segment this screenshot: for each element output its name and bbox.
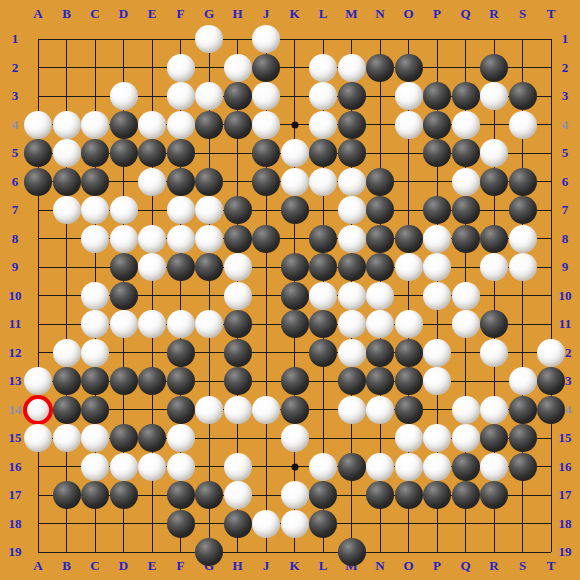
intersection-D18[interactable] [110, 510, 138, 538]
intersection-B5[interactable] [53, 139, 81, 167]
intersection-F5[interactable] [167, 139, 195, 167]
intersection-S2[interactable] [509, 54, 537, 82]
intersection-C6[interactable] [81, 168, 109, 196]
intersection-J14[interactable] [252, 396, 280, 424]
intersection-Q3[interactable] [452, 82, 480, 110]
intersection-Q18[interactable] [452, 510, 480, 538]
intersection-A7[interactable] [24, 196, 52, 224]
intersection-R6[interactable] [480, 168, 508, 196]
intersection-G19[interactable] [195, 538, 223, 566]
intersection-J11[interactable] [252, 310, 280, 338]
intersection-Q7[interactable] [452, 196, 480, 224]
intersection-C12[interactable] [81, 339, 109, 367]
intersection-L8[interactable] [309, 225, 337, 253]
intersection-S18[interactable] [509, 510, 537, 538]
intersection-J10[interactable] [252, 282, 280, 310]
intersection-P7[interactable] [423, 196, 451, 224]
intersection-H11[interactable] [224, 310, 252, 338]
intersection-N6[interactable] [366, 168, 394, 196]
intersection-K15[interactable] [281, 424, 309, 452]
intersection-F15[interactable] [167, 424, 195, 452]
intersection-C9[interactable] [81, 253, 109, 281]
intersection-J3[interactable] [252, 82, 280, 110]
intersection-A16[interactable] [24, 453, 52, 481]
intersection-E10[interactable] [138, 282, 166, 310]
intersection-Q2[interactable] [452, 54, 480, 82]
intersection-O7[interactable] [395, 196, 423, 224]
intersection-H14[interactable] [224, 396, 252, 424]
intersection-T3[interactable] [537, 82, 565, 110]
intersection-K13[interactable] [281, 367, 309, 395]
intersection-R15[interactable] [480, 424, 508, 452]
intersection-L19[interactable] [309, 538, 337, 566]
intersection-A17[interactable] [24, 481, 52, 509]
intersection-D14[interactable] [110, 396, 138, 424]
intersection-B9[interactable] [53, 253, 81, 281]
intersection-L6[interactable] [309, 168, 337, 196]
intersection-Q9[interactable] [452, 253, 480, 281]
intersection-K2[interactable] [281, 54, 309, 82]
intersection-T10[interactable] [537, 282, 565, 310]
intersection-N11[interactable] [366, 310, 394, 338]
intersection-S7[interactable] [509, 196, 537, 224]
intersection-Q1[interactable] [452, 25, 480, 53]
intersection-N7[interactable] [366, 196, 394, 224]
intersection-K8[interactable] [281, 225, 309, 253]
intersection-H15[interactable] [224, 424, 252, 452]
intersection-N3[interactable] [366, 82, 394, 110]
intersection-M16[interactable] [338, 453, 366, 481]
intersection-T9[interactable] [537, 253, 565, 281]
intersection-J15[interactable] [252, 424, 280, 452]
intersection-A1[interactable] [24, 25, 52, 53]
intersection-M2[interactable] [338, 54, 366, 82]
intersection-E16[interactable] [138, 453, 166, 481]
intersection-F8[interactable] [167, 225, 195, 253]
intersection-C16[interactable] [81, 453, 109, 481]
intersection-D8[interactable] [110, 225, 138, 253]
intersection-F10[interactable] [167, 282, 195, 310]
intersection-A6[interactable] [24, 168, 52, 196]
intersection-H3[interactable] [224, 82, 252, 110]
intersection-O19[interactable] [395, 538, 423, 566]
intersection-T6[interactable] [537, 168, 565, 196]
intersection-H6[interactable] [224, 168, 252, 196]
intersection-K10[interactable] [281, 282, 309, 310]
intersection-P6[interactable] [423, 168, 451, 196]
intersection-S8[interactable] [509, 225, 537, 253]
intersection-J1[interactable] [252, 25, 280, 53]
intersection-O12[interactable] [395, 339, 423, 367]
intersection-O6[interactable] [395, 168, 423, 196]
intersection-D1[interactable] [110, 25, 138, 53]
intersection-Q13[interactable] [452, 367, 480, 395]
intersection-M19[interactable] [338, 538, 366, 566]
intersection-O11[interactable] [395, 310, 423, 338]
intersection-F9[interactable] [167, 253, 195, 281]
intersection-M3[interactable] [338, 82, 366, 110]
intersection-G11[interactable] [195, 310, 223, 338]
intersection-O3[interactable] [395, 82, 423, 110]
intersection-O8[interactable] [395, 225, 423, 253]
intersection-A8[interactable] [24, 225, 52, 253]
intersection-P10[interactable] [423, 282, 451, 310]
intersection-M15[interactable] [338, 424, 366, 452]
intersection-R8[interactable] [480, 225, 508, 253]
intersection-S11[interactable] [509, 310, 537, 338]
intersection-R17[interactable] [480, 481, 508, 509]
intersection-B17[interactable] [53, 481, 81, 509]
intersection-P13[interactable] [423, 367, 451, 395]
intersection-P8[interactable] [423, 225, 451, 253]
intersection-G7[interactable] [195, 196, 223, 224]
intersection-R4[interactable] [480, 111, 508, 139]
intersection-N10[interactable] [366, 282, 394, 310]
intersection-S4[interactable] [509, 111, 537, 139]
intersection-M9[interactable] [338, 253, 366, 281]
intersection-L2[interactable] [309, 54, 337, 82]
intersection-O14[interactable] [395, 396, 423, 424]
intersection-N13[interactable] [366, 367, 394, 395]
intersection-T1[interactable] [537, 25, 565, 53]
intersection-N5[interactable] [366, 139, 394, 167]
intersection-B14[interactable] [53, 396, 81, 424]
intersection-C2[interactable] [81, 54, 109, 82]
intersection-E15[interactable] [138, 424, 166, 452]
intersection-J19[interactable] [252, 538, 280, 566]
intersection-F18[interactable] [167, 510, 195, 538]
intersection-R14[interactable] [480, 396, 508, 424]
intersection-R10[interactable] [480, 282, 508, 310]
intersection-A14[interactable] [24, 396, 52, 424]
intersection-G1[interactable] [195, 25, 223, 53]
intersection-E12[interactable] [138, 339, 166, 367]
intersection-A15[interactable] [24, 424, 52, 452]
intersection-D4[interactable] [110, 111, 138, 139]
intersection-K11[interactable] [281, 310, 309, 338]
intersection-M18[interactable] [338, 510, 366, 538]
intersection-E11[interactable] [138, 310, 166, 338]
intersection-J7[interactable] [252, 196, 280, 224]
intersection-J17[interactable] [252, 481, 280, 509]
intersection-S12[interactable] [509, 339, 537, 367]
intersection-K19[interactable] [281, 538, 309, 566]
intersection-A13[interactable] [24, 367, 52, 395]
intersection-D11[interactable] [110, 310, 138, 338]
intersection-B19[interactable] [53, 538, 81, 566]
intersection-T12[interactable] [537, 339, 565, 367]
intersection-H9[interactable] [224, 253, 252, 281]
intersection-R1[interactable] [480, 25, 508, 53]
intersection-A5[interactable] [24, 139, 52, 167]
intersection-E17[interactable] [138, 481, 166, 509]
intersection-K4[interactable] [281, 111, 309, 139]
intersection-L18[interactable] [309, 510, 337, 538]
intersection-Q5[interactable] [452, 139, 480, 167]
intersection-F12[interactable] [167, 339, 195, 367]
intersection-P18[interactable] [423, 510, 451, 538]
intersection-F19[interactable] [167, 538, 195, 566]
intersection-S15[interactable] [509, 424, 537, 452]
intersection-E2[interactable] [138, 54, 166, 82]
intersection-C17[interactable] [81, 481, 109, 509]
intersection-F16[interactable] [167, 453, 195, 481]
intersection-C1[interactable] [81, 25, 109, 53]
intersection-G17[interactable] [195, 481, 223, 509]
intersection-R5[interactable] [480, 139, 508, 167]
intersection-O10[interactable] [395, 282, 423, 310]
intersection-N8[interactable] [366, 225, 394, 253]
intersection-T17[interactable] [537, 481, 565, 509]
intersection-E5[interactable] [138, 139, 166, 167]
intersection-C10[interactable] [81, 282, 109, 310]
intersection-T15[interactable] [537, 424, 565, 452]
intersection-A10[interactable] [24, 282, 52, 310]
intersection-C11[interactable] [81, 310, 109, 338]
intersection-C14[interactable] [81, 396, 109, 424]
intersection-P12[interactable] [423, 339, 451, 367]
intersection-K17[interactable] [281, 481, 309, 509]
intersection-H5[interactable] [224, 139, 252, 167]
intersection-D12[interactable] [110, 339, 138, 367]
intersection-T8[interactable] [537, 225, 565, 253]
intersection-R13[interactable] [480, 367, 508, 395]
intersection-B1[interactable] [53, 25, 81, 53]
intersection-M6[interactable] [338, 168, 366, 196]
intersection-A3[interactable] [24, 82, 52, 110]
intersection-N15[interactable] [366, 424, 394, 452]
intersection-P16[interactable] [423, 453, 451, 481]
intersection-E1[interactable] [138, 25, 166, 53]
intersection-M10[interactable] [338, 282, 366, 310]
intersection-Q4[interactable] [452, 111, 480, 139]
intersection-L1[interactable] [309, 25, 337, 53]
intersection-L14[interactable] [309, 396, 337, 424]
intersection-J9[interactable] [252, 253, 280, 281]
intersection-T4[interactable] [537, 111, 565, 139]
intersection-P4[interactable] [423, 111, 451, 139]
intersection-J8[interactable] [252, 225, 280, 253]
intersection-D15[interactable] [110, 424, 138, 452]
intersection-N19[interactable] [366, 538, 394, 566]
intersection-S5[interactable] [509, 139, 537, 167]
intersection-H1[interactable] [224, 25, 252, 53]
intersection-E4[interactable] [138, 111, 166, 139]
intersection-C13[interactable] [81, 367, 109, 395]
intersection-H7[interactable] [224, 196, 252, 224]
intersection-K16[interactable] [281, 453, 309, 481]
intersection-B7[interactable] [53, 196, 81, 224]
intersection-O2[interactable] [395, 54, 423, 82]
intersection-Q12[interactable] [452, 339, 480, 367]
intersection-F4[interactable] [167, 111, 195, 139]
intersection-P3[interactable] [423, 82, 451, 110]
intersection-K1[interactable] [281, 25, 309, 53]
intersection-Q6[interactable] [452, 168, 480, 196]
intersection-H16[interactable] [224, 453, 252, 481]
intersection-O15[interactable] [395, 424, 423, 452]
intersection-K6[interactable] [281, 168, 309, 196]
intersection-D16[interactable] [110, 453, 138, 481]
intersection-C8[interactable] [81, 225, 109, 253]
intersection-D9[interactable] [110, 253, 138, 281]
intersection-P9[interactable] [423, 253, 451, 281]
intersection-P15[interactable] [423, 424, 451, 452]
intersection-B12[interactable] [53, 339, 81, 367]
intersection-M7[interactable] [338, 196, 366, 224]
intersection-L4[interactable] [309, 111, 337, 139]
intersection-T19[interactable] [537, 538, 565, 566]
intersection-O18[interactable] [395, 510, 423, 538]
intersection-E3[interactable] [138, 82, 166, 110]
intersection-G13[interactable] [195, 367, 223, 395]
intersection-H8[interactable] [224, 225, 252, 253]
intersection-R7[interactable] [480, 196, 508, 224]
intersection-K12[interactable] [281, 339, 309, 367]
intersection-B2[interactable] [53, 54, 81, 82]
intersection-G4[interactable] [195, 111, 223, 139]
intersection-S16[interactable] [509, 453, 537, 481]
intersection-M17[interactable] [338, 481, 366, 509]
intersection-G8[interactable] [195, 225, 223, 253]
intersection-L7[interactable] [309, 196, 337, 224]
intersection-G18[interactable] [195, 510, 223, 538]
intersection-B18[interactable] [53, 510, 81, 538]
intersection-S14[interactable] [509, 396, 537, 424]
intersection-C18[interactable] [81, 510, 109, 538]
intersection-N16[interactable] [366, 453, 394, 481]
intersection-T18[interactable] [537, 510, 565, 538]
intersection-O16[interactable] [395, 453, 423, 481]
intersection-F13[interactable] [167, 367, 195, 395]
intersection-H18[interactable] [224, 510, 252, 538]
intersection-B15[interactable] [53, 424, 81, 452]
intersection-T2[interactable] [537, 54, 565, 82]
intersection-J4[interactable] [252, 111, 280, 139]
intersection-Q17[interactable] [452, 481, 480, 509]
intersection-E18[interactable] [138, 510, 166, 538]
intersection-D5[interactable] [110, 139, 138, 167]
intersection-B11[interactable] [53, 310, 81, 338]
intersection-F6[interactable] [167, 168, 195, 196]
intersection-P17[interactable] [423, 481, 451, 509]
intersection-L16[interactable] [309, 453, 337, 481]
intersection-Q19[interactable] [452, 538, 480, 566]
intersection-T14[interactable] [537, 396, 565, 424]
intersection-K3[interactable] [281, 82, 309, 110]
intersection-G16[interactable] [195, 453, 223, 481]
intersection-L3[interactable] [309, 82, 337, 110]
intersection-F11[interactable] [167, 310, 195, 338]
intersection-L5[interactable] [309, 139, 337, 167]
intersection-A9[interactable] [24, 253, 52, 281]
intersection-O17[interactable] [395, 481, 423, 509]
intersection-K9[interactable] [281, 253, 309, 281]
intersection-D3[interactable] [110, 82, 138, 110]
intersection-J12[interactable] [252, 339, 280, 367]
intersection-R2[interactable] [480, 54, 508, 82]
intersection-S19[interactable] [509, 538, 537, 566]
intersection-A2[interactable] [24, 54, 52, 82]
intersection-J13[interactable] [252, 367, 280, 395]
intersection-A12[interactable] [24, 339, 52, 367]
intersection-H13[interactable] [224, 367, 252, 395]
intersection-G2[interactable] [195, 54, 223, 82]
intersection-L9[interactable] [309, 253, 337, 281]
intersection-Q11[interactable] [452, 310, 480, 338]
intersection-G10[interactable] [195, 282, 223, 310]
intersection-F14[interactable] [167, 396, 195, 424]
intersection-M8[interactable] [338, 225, 366, 253]
intersection-J2[interactable] [252, 54, 280, 82]
intersection-M5[interactable] [338, 139, 366, 167]
intersection-A18[interactable] [24, 510, 52, 538]
intersection-L11[interactable] [309, 310, 337, 338]
intersection-F7[interactable] [167, 196, 195, 224]
intersection-M13[interactable] [338, 367, 366, 395]
intersection-M12[interactable] [338, 339, 366, 367]
intersection-K5[interactable] [281, 139, 309, 167]
intersection-H19[interactable] [224, 538, 252, 566]
intersection-J5[interactable] [252, 139, 280, 167]
intersection-J18[interactable] [252, 510, 280, 538]
intersection-S3[interactable] [509, 82, 537, 110]
intersection-E19[interactable] [138, 538, 166, 566]
intersection-G5[interactable] [195, 139, 223, 167]
intersection-K7[interactable] [281, 196, 309, 224]
intersection-G12[interactable] [195, 339, 223, 367]
intersection-R19[interactable] [480, 538, 508, 566]
intersection-M11[interactable] [338, 310, 366, 338]
intersection-E14[interactable] [138, 396, 166, 424]
intersection-P14[interactable] [423, 396, 451, 424]
intersection-O5[interactable] [395, 139, 423, 167]
intersection-E13[interactable] [138, 367, 166, 395]
intersection-E7[interactable] [138, 196, 166, 224]
intersection-N4[interactable] [366, 111, 394, 139]
intersection-E9[interactable] [138, 253, 166, 281]
intersection-G3[interactable] [195, 82, 223, 110]
intersection-S9[interactable] [509, 253, 537, 281]
intersection-C19[interactable] [81, 538, 109, 566]
intersection-D2[interactable] [110, 54, 138, 82]
intersection-G9[interactable] [195, 253, 223, 281]
intersection-C15[interactable] [81, 424, 109, 452]
intersection-F2[interactable] [167, 54, 195, 82]
intersection-N1[interactable] [366, 25, 394, 53]
intersection-S17[interactable] [509, 481, 537, 509]
intersection-F1[interactable] [167, 25, 195, 53]
intersection-Q8[interactable] [452, 225, 480, 253]
intersection-M4[interactable] [338, 111, 366, 139]
intersection-Q14[interactable] [452, 396, 480, 424]
intersection-T11[interactable] [537, 310, 565, 338]
intersection-Q15[interactable] [452, 424, 480, 452]
intersection-K18[interactable] [281, 510, 309, 538]
intersection-O9[interactable] [395, 253, 423, 281]
intersection-T16[interactable] [537, 453, 565, 481]
intersection-L13[interactable] [309, 367, 337, 395]
intersection-R12[interactable] [480, 339, 508, 367]
intersection-N17[interactable] [366, 481, 394, 509]
intersection-F3[interactable] [167, 82, 195, 110]
intersection-P5[interactable] [423, 139, 451, 167]
intersection-D7[interactable] [110, 196, 138, 224]
intersection-D13[interactable] [110, 367, 138, 395]
intersection-R16[interactable] [480, 453, 508, 481]
intersection-L10[interactable] [309, 282, 337, 310]
intersection-N2[interactable] [366, 54, 394, 82]
